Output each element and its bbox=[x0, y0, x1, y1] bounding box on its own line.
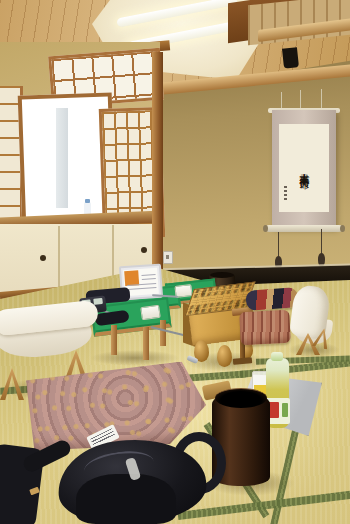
fusuma-pull-icon[interactable] bbox=[40, 255, 46, 261]
room-scene: 盡人事而待天命 bbox=[0, 0, 350, 524]
scroll-roller bbox=[266, 225, 342, 232]
wastebasket-opening bbox=[215, 388, 267, 408]
webpage-text-line bbox=[142, 278, 156, 280]
backpack-pocket bbox=[76, 474, 176, 524]
scroll-cord bbox=[321, 89, 322, 110]
patchwork-pillow bbox=[245, 287, 298, 311]
webpage-text-line bbox=[127, 287, 156, 290]
corner-post bbox=[152, 52, 163, 270]
window-view-building bbox=[56, 108, 68, 208]
fusuma-seam bbox=[112, 225, 114, 283]
wall-outlet bbox=[163, 251, 173, 264]
beam-bracket bbox=[282, 47, 299, 68]
table-leg bbox=[160, 320, 166, 346]
fusuma-pull-icon[interactable] bbox=[141, 247, 147, 253]
scroll-signature-marks bbox=[284, 186, 287, 200]
table-leg bbox=[143, 327, 149, 360]
bottle-cap bbox=[271, 352, 283, 361]
scroll-calligraphy: 盡人事而待天命 bbox=[299, 165, 309, 172]
webpage-text-line bbox=[142, 274, 156, 276]
piece-box[interactable] bbox=[140, 305, 161, 321]
clock-display-right bbox=[93, 298, 103, 305]
board-leg bbox=[217, 345, 232, 367]
fusuma-seam bbox=[58, 226, 60, 296]
table-leg bbox=[111, 325, 117, 355]
striped-zabuton bbox=[239, 310, 291, 346]
